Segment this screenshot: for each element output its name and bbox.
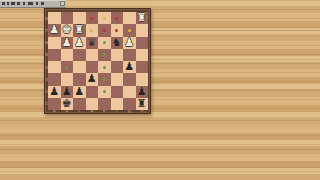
square-c7[interactable]: ♜ <box>73 24 86 36</box>
square-h4[interactable] <box>136 61 149 73</box>
red-marker-dot <box>103 29 106 32</box>
wood-grain-line <box>0 167 320 168</box>
piece-white-pawn[interactable]: ♟ <box>73 37 86 49</box>
square-g3[interactable] <box>123 73 136 85</box>
square-d2[interactable] <box>86 86 99 98</box>
square-b1[interactable]: ♚ <box>61 98 74 110</box>
window-titlebar-fragment[interactable] <box>0 0 66 8</box>
piece-white-pawn[interactable]: ♟ <box>123 37 136 49</box>
square-e6[interactable] <box>98 37 111 49</box>
piece-black-pawn[interactable]: ♟ <box>136 86 149 98</box>
square-h8[interactable]: ♜ <box>136 12 149 24</box>
square-d1[interactable] <box>86 98 99 110</box>
green-marker-dot <box>103 90 106 93</box>
square-f5[interactable] <box>111 49 124 61</box>
piece-black-queen[interactable]: ♛ <box>86 37 99 49</box>
chess-board-frame: 87654321 abcdefgh ♜♟♚♜♟♟♛♞♟♟♟♟♟♟♟♚♜ <box>44 8 151 114</box>
square-g2[interactable] <box>123 86 136 98</box>
red-marker-dot <box>90 17 93 20</box>
square-g6[interactable]: ♟ <box>123 37 136 49</box>
square-f6[interactable]: ♞ <box>111 37 124 49</box>
square-a6[interactable] <box>48 37 61 49</box>
green-marker-dot <box>65 66 68 69</box>
square-f4[interactable] <box>111 61 124 73</box>
square-e2[interactable] <box>98 86 111 98</box>
square-a5[interactable] <box>48 49 61 61</box>
square-b6[interactable]: ♟ <box>61 37 74 49</box>
square-d3[interactable]: ♟ <box>86 73 99 85</box>
square-f7[interactable] <box>111 24 124 36</box>
titlebar-glyph <box>11 2 15 5</box>
square-c3[interactable] <box>73 73 86 85</box>
square-g7[interactable] <box>123 24 136 36</box>
square-e7[interactable] <box>98 24 111 36</box>
square-a1[interactable] <box>48 98 61 110</box>
piece-black-pawn[interactable]: ♟ <box>86 73 99 85</box>
square-a3[interactable] <box>48 73 61 85</box>
titlebar-glyph <box>7 2 9 5</box>
wood-grain-line <box>0 120 320 121</box>
piece-black-pawn[interactable]: ♟ <box>73 86 86 98</box>
titlebar-glyph <box>17 2 20 5</box>
yellow-marker-dot <box>90 29 93 32</box>
green-marker-dot <box>103 66 106 69</box>
square-d8[interactable] <box>86 12 99 24</box>
piece-black-pawn[interactable]: ♟ <box>61 86 74 98</box>
wood-grain-line <box>0 149 320 150</box>
square-h7[interactable] <box>136 24 149 36</box>
square-b2[interactable]: ♟ <box>61 86 74 98</box>
square-e8[interactable] <box>98 12 111 24</box>
square-c2[interactable]: ♟ <box>73 86 86 98</box>
green-marker-dot <box>103 41 106 44</box>
square-c5[interactable] <box>73 49 86 61</box>
square-a4[interactable] <box>48 61 61 73</box>
square-f8[interactable] <box>111 12 124 24</box>
square-h2[interactable]: ♟ <box>136 86 149 98</box>
square-a7[interactable]: ♟ <box>48 24 61 36</box>
square-h3[interactable] <box>136 73 149 85</box>
square-d5[interactable] <box>86 49 99 61</box>
piece-black-pawn[interactable]: ♟ <box>123 61 136 73</box>
red-marker-dot <box>115 17 118 20</box>
red-marker-dot <box>115 29 118 32</box>
square-f1[interactable] <box>111 98 124 110</box>
titlebar-glyph <box>23 2 25 5</box>
square-d6[interactable]: ♛ <box>86 37 99 49</box>
square-c4[interactable] <box>73 61 86 73</box>
titlebar-glyph <box>41 2 44 5</box>
piece-black-pawn[interactable]: ♟ <box>48 86 61 98</box>
piece-white-pawn[interactable]: ♟ <box>48 24 61 36</box>
square-e5[interactable] <box>98 49 111 61</box>
square-e4[interactable] <box>98 61 111 73</box>
square-h5[interactable] <box>136 49 149 61</box>
square-f2[interactable] <box>111 86 124 98</box>
square-f3[interactable] <box>111 73 124 85</box>
square-h6[interactable] <box>136 37 149 49</box>
titlebar-glyph <box>2 2 5 5</box>
square-b4[interactable] <box>61 61 74 73</box>
titlebar-glyph <box>36 2 38 5</box>
piece-white-pawn[interactable]: ♟ <box>61 37 74 49</box>
piece-white-rook[interactable]: ♜ <box>136 12 149 24</box>
green-marker-dot <box>103 53 106 56</box>
square-g4[interactable]: ♟ <box>123 61 136 73</box>
window-button-icon[interactable] <box>60 1 65 6</box>
square-e3[interactable] <box>98 73 111 85</box>
square-g1[interactable] <box>123 98 136 110</box>
square-b5[interactable] <box>61 49 74 61</box>
piece-white-king[interactable]: ♚ <box>61 24 74 36</box>
square-h1[interactable]: ♜ <box>136 98 149 110</box>
piece-black-rook[interactable]: ♜ <box>136 98 149 110</box>
titlebar-glyph <box>28 2 33 5</box>
square-b7[interactable]: ♚ <box>61 24 74 36</box>
square-e1[interactable] <box>98 98 111 110</box>
yellow-marker-dot <box>103 17 106 20</box>
green-marker-dot <box>103 78 106 81</box>
square-b3[interactable] <box>61 73 74 85</box>
square-c1[interactable] <box>73 98 86 110</box>
chess-board[interactable]: ♜♟♚♜♟♟♛♞♟♟♟♟♟♟♟♚♜ <box>48 12 148 110</box>
square-g8[interactable] <box>123 12 136 24</box>
piece-black-king[interactable]: ♚ <box>61 98 74 110</box>
square-a2[interactable]: ♟ <box>48 86 61 98</box>
piece-black-knight[interactable]: ♞ <box>111 37 124 49</box>
yellow-marker-dot <box>128 29 131 32</box>
square-d7[interactable] <box>86 24 99 36</box>
desktop-background: 87654321 abcdefgh ♜♟♚♜♟♟♛♞♟♟♟♟♟♟♟♚♜ <box>0 0 320 180</box>
square-c6[interactable]: ♟ <box>73 37 86 49</box>
piece-white-rook[interactable]: ♜ <box>73 24 86 36</box>
